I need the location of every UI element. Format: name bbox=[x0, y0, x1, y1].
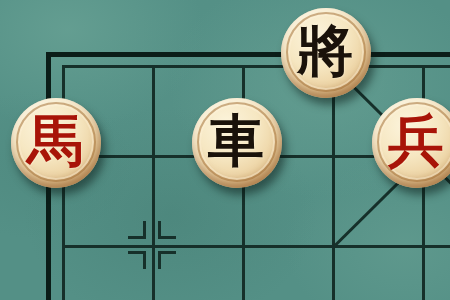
piece-red-horse[interactable]: 馬 bbox=[11, 98, 101, 188]
board-outer-border-top bbox=[46, 52, 450, 57]
piece-glyph: 將 bbox=[297, 22, 353, 78]
grid-cell bbox=[422, 245, 450, 300]
marker-bracket-top-right bbox=[158, 221, 176, 239]
piece-glyph: 兵 bbox=[388, 112, 444, 168]
marker-bracket-bottom-right bbox=[158, 251, 176, 269]
cannon-point-marker-b8 bbox=[126, 219, 178, 271]
piece-black-general[interactable]: 將 bbox=[281, 8, 371, 98]
piece-glyph: 馬 bbox=[27, 112, 83, 168]
marker-bracket-bottom-left bbox=[128, 251, 146, 269]
grid-cell bbox=[242, 245, 332, 300]
piece-glyph: 車 bbox=[208, 112, 264, 168]
xiangqi-board[interactable]: 將 馬 車 兵 bbox=[0, 0, 450, 300]
piece-black-chariot[interactable]: 車 bbox=[192, 98, 282, 188]
grid-cell bbox=[332, 245, 422, 300]
marker-bracket-top-left bbox=[128, 221, 146, 239]
